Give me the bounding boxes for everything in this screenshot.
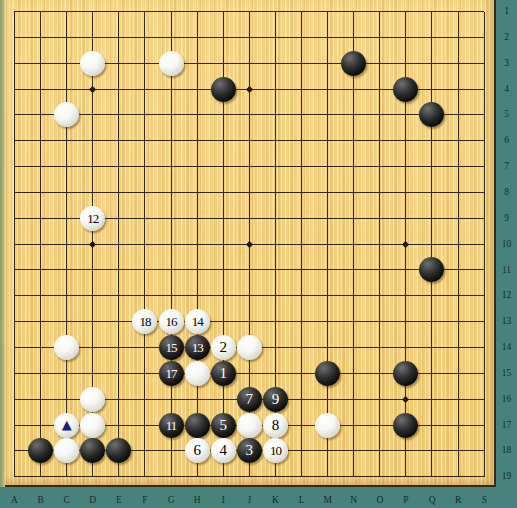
- intersection-S8[interactable]: [471, 180, 497, 206]
- intersection-K18[interactable]: 10: [262, 438, 288, 464]
- intersection-K2[interactable]: [262, 24, 288, 50]
- stone-black-J16[interactable]: 7: [237, 387, 262, 412]
- intersection-P14[interactable]: [393, 335, 419, 361]
- stone-white-H18[interactable]: 6: [185, 438, 210, 463]
- stone-white-F13[interactable]: 18: [132, 309, 157, 334]
- intersection-O9[interactable]: [367, 205, 393, 231]
- stone-white-K17[interactable]: 8: [263, 413, 288, 438]
- intersection-Q18[interactable]: [419, 438, 445, 464]
- intersection-L5[interactable]: [288, 102, 314, 128]
- intersection-I10[interactable]: [210, 231, 236, 257]
- intersection-K13[interactable]: [262, 309, 288, 335]
- intersection-D8[interactable]: [80, 180, 106, 206]
- intersection-B17[interactable]: [28, 412, 54, 438]
- intersection-O16[interactable]: [367, 386, 393, 412]
- intersection-F1[interactable]: [132, 0, 158, 24]
- intersection-M18[interactable]: [315, 438, 341, 464]
- intersection-Q2[interactable]: [419, 24, 445, 50]
- intersection-M19[interactable]: [315, 464, 341, 490]
- intersection-J6[interactable]: [236, 128, 262, 154]
- intersection-R16[interactable]: [445, 386, 471, 412]
- intersection-E2[interactable]: [106, 24, 132, 50]
- intersection-J1[interactable]: [236, 0, 262, 24]
- intersection-A10[interactable]: [1, 231, 27, 257]
- intersection-O10[interactable]: [367, 231, 393, 257]
- intersection-B11[interactable]: [28, 257, 54, 283]
- stone-black-P17[interactable]: [393, 413, 418, 438]
- stone-black-N3[interactable]: [341, 51, 366, 76]
- intersection-B6[interactable]: [28, 128, 54, 154]
- intersection-Q4[interactable]: [419, 76, 445, 102]
- stone-black-B18[interactable]: [28, 438, 53, 463]
- intersection-E13[interactable]: [106, 309, 132, 335]
- intersection-R3[interactable]: [445, 50, 471, 76]
- intersection-N7[interactable]: [341, 154, 367, 180]
- intersection-E6[interactable]: [106, 128, 132, 154]
- stone-white-D3[interactable]: [80, 51, 105, 76]
- intersection-M12[interactable]: [315, 283, 341, 309]
- intersection-R8[interactable]: [445, 180, 471, 206]
- intersection-K15[interactable]: [262, 360, 288, 386]
- intersection-S17[interactable]: [471, 412, 497, 438]
- intersection-M1[interactable]: [315, 0, 341, 24]
- intersection-P3[interactable]: [393, 50, 419, 76]
- intersection-P10[interactable]: [393, 231, 419, 257]
- intersection-K19[interactable]: [262, 464, 288, 490]
- stone-white-I14[interactable]: 2: [211, 335, 236, 360]
- intersection-H7[interactable]: [184, 154, 210, 180]
- intersection-H10[interactable]: [184, 231, 210, 257]
- intersection-H11[interactable]: [184, 257, 210, 283]
- intersection-C16[interactable]: [54, 386, 80, 412]
- intersection-C19[interactable]: [54, 464, 80, 490]
- intersection-D10[interactable]: [80, 231, 106, 257]
- intersection-G4[interactable]: [158, 76, 184, 102]
- intersection-D12[interactable]: [80, 283, 106, 309]
- intersection-E3[interactable]: [106, 50, 132, 76]
- intersection-M17[interactable]: [315, 412, 341, 438]
- intersection-H15[interactable]: [184, 360, 210, 386]
- intersection-B2[interactable]: [28, 24, 54, 50]
- stone-white-D9[interactable]: 12: [80, 206, 105, 231]
- intersection-Q14[interactable]: [419, 335, 445, 361]
- stone-white-J14[interactable]: [237, 335, 262, 360]
- intersection-H3[interactable]: [184, 50, 210, 76]
- intersection-J3[interactable]: [236, 50, 262, 76]
- intersection-F16[interactable]: [132, 386, 158, 412]
- intersection-L4[interactable]: [288, 76, 314, 102]
- intersection-Q16[interactable]: [419, 386, 445, 412]
- intersection-Q19[interactable]: [419, 464, 445, 490]
- intersection-D17[interactable]: [80, 412, 106, 438]
- intersection-R11[interactable]: [445, 257, 471, 283]
- intersection-R7[interactable]: [445, 154, 471, 180]
- intersection-G16[interactable]: [158, 386, 184, 412]
- intersection-M14[interactable]: [315, 335, 341, 361]
- intersection-J7[interactable]: [236, 154, 262, 180]
- stone-black-J18[interactable]: 3: [237, 438, 262, 463]
- intersection-S11[interactable]: [471, 257, 497, 283]
- intersection-P4[interactable]: [393, 76, 419, 102]
- intersection-J18[interactable]: 3: [236, 438, 262, 464]
- intersection-R9[interactable]: [445, 205, 471, 231]
- intersection-B12[interactable]: [28, 283, 54, 309]
- intersection-E18[interactable]: [106, 438, 132, 464]
- intersection-N12[interactable]: [341, 283, 367, 309]
- intersection-C15[interactable]: [54, 360, 80, 386]
- intersection-I9[interactable]: [210, 205, 236, 231]
- stone-white-K18[interactable]: 10: [263, 438, 288, 463]
- intersection-L11[interactable]: [288, 257, 314, 283]
- intersection-K3[interactable]: [262, 50, 288, 76]
- intersection-N11[interactable]: [341, 257, 367, 283]
- stone-white-D16[interactable]: [80, 387, 105, 412]
- intersection-R1[interactable]: [445, 0, 471, 24]
- intersection-Q10[interactable]: [419, 231, 445, 257]
- intersection-A15[interactable]: [1, 360, 27, 386]
- intersection-I11[interactable]: [210, 257, 236, 283]
- intersection-O3[interactable]: [367, 50, 393, 76]
- intersection-P2[interactable]: [393, 24, 419, 50]
- intersection-B8[interactable]: [28, 180, 54, 206]
- stone-black-P15[interactable]: [393, 361, 418, 386]
- intersection-G18[interactable]: [158, 438, 184, 464]
- intersection-A19[interactable]: [1, 464, 27, 490]
- intersection-D2[interactable]: [80, 24, 106, 50]
- intersection-B16[interactable]: [28, 386, 54, 412]
- intersection-K12[interactable]: [262, 283, 288, 309]
- intersection-H4[interactable]: [184, 76, 210, 102]
- intersection-R10[interactable]: [445, 231, 471, 257]
- intersection-M6[interactable]: [315, 128, 341, 154]
- stone-black-M15[interactable]: [315, 361, 340, 386]
- intersection-S15[interactable]: [471, 360, 497, 386]
- intersection-K17[interactable]: 8: [262, 412, 288, 438]
- intersection-C5[interactable]: [54, 102, 80, 128]
- intersection-C2[interactable]: [54, 24, 80, 50]
- intersection-E7[interactable]: [106, 154, 132, 180]
- intersection-S7[interactable]: [471, 154, 497, 180]
- intersection-K8[interactable]: [262, 180, 288, 206]
- intersection-R18[interactable]: [445, 438, 471, 464]
- intersection-Q5[interactable]: [419, 102, 445, 128]
- intersection-F8[interactable]: [132, 180, 158, 206]
- intersection-C14[interactable]: [54, 335, 80, 361]
- intersection-M13[interactable]: [315, 309, 341, 335]
- intersection-M16[interactable]: [315, 386, 341, 412]
- intersection-D5[interactable]: [80, 102, 106, 128]
- intersection-C13[interactable]: [54, 309, 80, 335]
- intersection-I3[interactable]: [210, 50, 236, 76]
- stone-black-H14[interactable]: 13: [185, 335, 210, 360]
- intersection-R14[interactable]: [445, 335, 471, 361]
- intersection-H1[interactable]: [184, 0, 210, 24]
- intersection-H14[interactable]: 13: [184, 335, 210, 361]
- stone-black-Q11[interactable]: [419, 257, 444, 282]
- intersection-H18[interactable]: 6: [184, 438, 210, 464]
- intersection-C9[interactable]: [54, 205, 80, 231]
- intersection-A7[interactable]: [1, 154, 27, 180]
- intersection-K16[interactable]: 9: [262, 386, 288, 412]
- intersection-M10[interactable]: [315, 231, 341, 257]
- intersection-L9[interactable]: [288, 205, 314, 231]
- intersection-E19[interactable]: [106, 464, 132, 490]
- intersection-N2[interactable]: [341, 24, 367, 50]
- intersection-Q1[interactable]: [419, 0, 445, 24]
- intersection-L19[interactable]: [288, 464, 314, 490]
- intersection-G2[interactable]: [158, 24, 184, 50]
- intersection-K7[interactable]: [262, 154, 288, 180]
- intersection-K5[interactable]: [262, 102, 288, 128]
- intersection-P1[interactable]: [393, 0, 419, 24]
- intersection-Q12[interactable]: [419, 283, 445, 309]
- intersection-N16[interactable]: [341, 386, 367, 412]
- intersection-A17[interactable]: [1, 412, 27, 438]
- intersection-N15[interactable]: [341, 360, 367, 386]
- intersection-A14[interactable]: [1, 335, 27, 361]
- intersection-N13[interactable]: [341, 309, 367, 335]
- intersection-I1[interactable]: [210, 0, 236, 24]
- intersection-B9[interactable]: [28, 205, 54, 231]
- intersection-B7[interactable]: [28, 154, 54, 180]
- intersection-P5[interactable]: [393, 102, 419, 128]
- intersection-O8[interactable]: [367, 180, 393, 206]
- intersection-L8[interactable]: [288, 180, 314, 206]
- intersection-D4[interactable]: [80, 76, 106, 102]
- intersection-K11[interactable]: [262, 257, 288, 283]
- intersection-M4[interactable]: [315, 76, 341, 102]
- intersection-L17[interactable]: [288, 412, 314, 438]
- intersection-E5[interactable]: [106, 102, 132, 128]
- intersection-N5[interactable]: [341, 102, 367, 128]
- intersection-H12[interactable]: [184, 283, 210, 309]
- stone-white-D17[interactable]: [80, 413, 105, 438]
- intersection-P19[interactable]: [393, 464, 419, 490]
- intersection-E4[interactable]: [106, 76, 132, 102]
- intersection-O15[interactable]: [367, 360, 393, 386]
- intersection-J2[interactable]: [236, 24, 262, 50]
- intersection-I15[interactable]: 1: [210, 360, 236, 386]
- intersection-P17[interactable]: [393, 412, 419, 438]
- intersection-I4[interactable]: [210, 76, 236, 102]
- intersection-N1[interactable]: [341, 0, 367, 24]
- intersection-S18[interactable]: [471, 438, 497, 464]
- intersection-L16[interactable]: [288, 386, 314, 412]
- intersection-G9[interactable]: [158, 205, 184, 231]
- intersection-N8[interactable]: [341, 180, 367, 206]
- intersection-C11[interactable]: [54, 257, 80, 283]
- intersection-O2[interactable]: [367, 24, 393, 50]
- intersection-Q6[interactable]: [419, 128, 445, 154]
- intersection-E1[interactable]: [106, 0, 132, 24]
- intersection-D3[interactable]: [80, 50, 106, 76]
- intersection-G6[interactable]: [158, 128, 184, 154]
- intersection-S10[interactable]: [471, 231, 497, 257]
- intersection-B3[interactable]: [28, 50, 54, 76]
- intersection-D15[interactable]: [80, 360, 106, 386]
- stone-black-E18[interactable]: [106, 438, 131, 463]
- intersection-J16[interactable]: 7: [236, 386, 262, 412]
- intersection-F19[interactable]: [132, 464, 158, 490]
- intersection-L12[interactable]: [288, 283, 314, 309]
- intersection-A2[interactable]: [1, 24, 27, 50]
- intersection-P16[interactable]: [393, 386, 419, 412]
- intersection-F11[interactable]: [132, 257, 158, 283]
- intersection-S1[interactable]: [471, 0, 497, 24]
- intersection-N4[interactable]: [341, 76, 367, 102]
- intersection-L15[interactable]: [288, 360, 314, 386]
- intersection-R12[interactable]: [445, 283, 471, 309]
- intersection-D9[interactable]: 12: [80, 205, 106, 231]
- stone-black-G14[interactable]: 15: [159, 335, 184, 360]
- intersection-S6[interactable]: [471, 128, 497, 154]
- intersection-J14[interactable]: [236, 335, 262, 361]
- intersection-D18[interactable]: [80, 438, 106, 464]
- intersection-L13[interactable]: [288, 309, 314, 335]
- intersection-E17[interactable]: [106, 412, 132, 438]
- intersection-G10[interactable]: [158, 231, 184, 257]
- intersection-E15[interactable]: [106, 360, 132, 386]
- intersection-S9[interactable]: [471, 205, 497, 231]
- intersection-O13[interactable]: [367, 309, 393, 335]
- intersection-H6[interactable]: [184, 128, 210, 154]
- intersection-C7[interactable]: [54, 154, 80, 180]
- intersection-J5[interactable]: [236, 102, 262, 128]
- intersection-G17[interactable]: 11: [158, 412, 184, 438]
- intersection-P13[interactable]: [393, 309, 419, 335]
- intersection-J8[interactable]: [236, 180, 262, 206]
- intersection-B10[interactable]: [28, 231, 54, 257]
- intersection-F7[interactable]: [132, 154, 158, 180]
- intersection-D19[interactable]: [80, 464, 106, 490]
- intersection-L7[interactable]: [288, 154, 314, 180]
- intersection-B15[interactable]: [28, 360, 54, 386]
- intersection-O19[interactable]: [367, 464, 393, 490]
- intersection-C10[interactable]: [54, 231, 80, 257]
- intersection-J15[interactable]: [236, 360, 262, 386]
- intersection-R5[interactable]: [445, 102, 471, 128]
- intersection-C4[interactable]: [54, 76, 80, 102]
- intersection-K9[interactable]: [262, 205, 288, 231]
- intersection-B5[interactable]: [28, 102, 54, 128]
- intersection-I19[interactable]: [210, 464, 236, 490]
- intersection-I16[interactable]: [210, 386, 236, 412]
- intersection-C6[interactable]: [54, 128, 80, 154]
- intersection-B19[interactable]: [28, 464, 54, 490]
- intersection-G19[interactable]: [158, 464, 184, 490]
- intersection-L14[interactable]: [288, 335, 314, 361]
- stone-white-M17[interactable]: [315, 413, 340, 438]
- intersection-P12[interactable]: [393, 283, 419, 309]
- intersection-F15[interactable]: [132, 360, 158, 386]
- intersection-E8[interactable]: [106, 180, 132, 206]
- intersection-P7[interactable]: [393, 154, 419, 180]
- intersection-N3[interactable]: [341, 50, 367, 76]
- intersection-A12[interactable]: [1, 283, 27, 309]
- intersection-D13[interactable]: [80, 309, 106, 335]
- stone-white-H13[interactable]: 14: [185, 309, 210, 334]
- stone-white-J17[interactable]: [237, 413, 262, 438]
- intersection-F4[interactable]: [132, 76, 158, 102]
- intersection-R17[interactable]: [445, 412, 471, 438]
- intersection-J19[interactable]: [236, 464, 262, 490]
- intersection-A9[interactable]: [1, 205, 27, 231]
- intersection-S16[interactable]: [471, 386, 497, 412]
- intersection-J13[interactable]: [236, 309, 262, 335]
- intersection-D7[interactable]: [80, 154, 106, 180]
- stone-black-I4[interactable]: [211, 77, 236, 102]
- intersection-L3[interactable]: [288, 50, 314, 76]
- intersection-A13[interactable]: [1, 309, 27, 335]
- intersection-F12[interactable]: [132, 283, 158, 309]
- intersection-K1[interactable]: [262, 0, 288, 24]
- intersection-J4[interactable]: [236, 76, 262, 102]
- stone-black-I15[interactable]: 1: [211, 361, 236, 386]
- intersection-Q11[interactable]: [419, 257, 445, 283]
- intersection-N10[interactable]: [341, 231, 367, 257]
- intersection-P8[interactable]: [393, 180, 419, 206]
- intersection-E12[interactable]: [106, 283, 132, 309]
- intersection-M5[interactable]: [315, 102, 341, 128]
- intersection-G12[interactable]: [158, 283, 184, 309]
- intersection-P11[interactable]: [393, 257, 419, 283]
- intersection-Q9[interactable]: [419, 205, 445, 231]
- intersection-I2[interactable]: [210, 24, 236, 50]
- intersection-I6[interactable]: [210, 128, 236, 154]
- intersection-O5[interactable]: [367, 102, 393, 128]
- intersection-M2[interactable]: [315, 24, 341, 50]
- intersection-O11[interactable]: [367, 257, 393, 283]
- stone-black-K16[interactable]: 9: [263, 387, 288, 412]
- intersection-S14[interactable]: [471, 335, 497, 361]
- intersection-D16[interactable]: [80, 386, 106, 412]
- intersection-G3[interactable]: [158, 50, 184, 76]
- intersection-A6[interactable]: [1, 128, 27, 154]
- intersection-O14[interactable]: [367, 335, 393, 361]
- intersection-S4[interactable]: [471, 76, 497, 102]
- intersection-I5[interactable]: [210, 102, 236, 128]
- intersection-A5[interactable]: [1, 102, 27, 128]
- intersection-M7[interactable]: [315, 154, 341, 180]
- intersection-D11[interactable]: [80, 257, 106, 283]
- stone-black-G17[interactable]: 11: [159, 413, 184, 438]
- intersection-M9[interactable]: [315, 205, 341, 231]
- intersection-B18[interactable]: [28, 438, 54, 464]
- intersection-O12[interactable]: [367, 283, 393, 309]
- intersection-Q3[interactable]: [419, 50, 445, 76]
- intersection-P9[interactable]: [393, 205, 419, 231]
- intersection-L1[interactable]: [288, 0, 314, 24]
- intersection-F14[interactable]: [132, 335, 158, 361]
- intersection-A18[interactable]: [1, 438, 27, 464]
- intersection-O4[interactable]: [367, 76, 393, 102]
- intersection-L6[interactable]: [288, 128, 314, 154]
- intersection-B13[interactable]: [28, 309, 54, 335]
- intersection-E10[interactable]: [106, 231, 132, 257]
- intersection-G13[interactable]: 16: [158, 309, 184, 335]
- intersection-S3[interactable]: [471, 50, 497, 76]
- intersection-H2[interactable]: [184, 24, 210, 50]
- intersection-L18[interactable]: [288, 438, 314, 464]
- stone-white-G13[interactable]: 16: [159, 309, 184, 334]
- intersection-C18[interactable]: [54, 438, 80, 464]
- intersection-G8[interactable]: [158, 180, 184, 206]
- intersection-S5[interactable]: [471, 102, 497, 128]
- intersection-A1[interactable]: [1, 0, 27, 24]
- intersection-H5[interactable]: [184, 102, 210, 128]
- stone-white-G3[interactable]: [159, 51, 184, 76]
- intersection-F13[interactable]: 18: [132, 309, 158, 335]
